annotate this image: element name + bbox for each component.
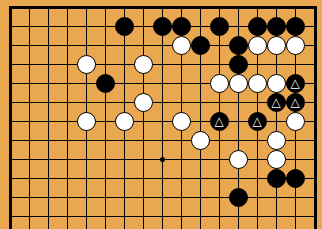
intersection-c0-r11[interactable]	[1, 207, 20, 226]
intersection-c4-r6[interactable]	[77, 112, 96, 131]
intersection-c16-r7[interactable]	[305, 131, 322, 150]
intersection-c10-r0[interactable]	[191, 0, 210, 17]
intersection-c9-r8[interactable]	[172, 150, 191, 169]
intersection-c11-r4[interactable]	[210, 74, 229, 93]
intersection-c2-r5[interactable]	[39, 93, 58, 112]
intersection-c8-r1[interactable]	[153, 17, 172, 36]
intersection-c8-r3[interactable]	[153, 55, 172, 74]
intersection-c1-r3[interactable]	[20, 55, 39, 74]
intersection-c16-r9[interactable]	[305, 169, 322, 188]
intersection-c14-r9[interactable]	[267, 169, 286, 188]
white-stone	[172, 112, 191, 131]
white-stone	[115, 112, 134, 131]
intersection-c1-r1[interactable]	[20, 17, 39, 36]
intersection-c7-r1[interactable]	[134, 17, 153, 36]
intersection-c14-r4[interactable]	[267, 74, 286, 93]
intersection-c16-r6[interactable]	[305, 112, 322, 131]
intersection-c5-r3[interactable]	[96, 55, 115, 74]
intersection-c7-r9[interactable]	[134, 169, 153, 188]
intersection-c4-r1[interactable]	[77, 17, 96, 36]
intersection-c11-r5[interactable]	[210, 93, 229, 112]
intersection-c13-r10[interactable]	[248, 188, 267, 207]
intersection-c1-r5[interactable]	[20, 93, 39, 112]
black-stone-triangle-marked: △	[286, 93, 305, 112]
intersection-c8-r4[interactable]	[153, 74, 172, 93]
intersection-c14-r6[interactable]	[267, 112, 286, 131]
intersection-c5-r7[interactable]	[96, 131, 115, 150]
black-stone-triangle-marked: △	[210, 112, 229, 131]
intersection-c5-r0[interactable]	[96, 0, 115, 17]
intersection-c6-r8[interactable]	[115, 150, 134, 169]
intersection-c15-r1[interactable]	[286, 17, 305, 36]
intersection-c16-r1[interactable]	[305, 17, 322, 36]
intersection-c14-r1[interactable]	[267, 17, 286, 36]
white-stone	[267, 74, 286, 93]
intersection-c15-r5[interactable]: △	[286, 93, 305, 112]
intersection-c0-r3[interactable]	[1, 55, 20, 74]
black-stone	[191, 36, 210, 55]
intersection-c16-r0[interactable]	[305, 0, 322, 17]
intersection-c14-r10[interactable]	[267, 188, 286, 207]
intersection-c0-r10[interactable]	[1, 188, 20, 207]
intersection-c6-r4[interactable]	[115, 74, 134, 93]
intersection-c14-r3[interactable]	[267, 55, 286, 74]
intersection-c9-r11[interactable]	[172, 207, 191, 226]
intersection-c2-r6[interactable]	[39, 112, 58, 131]
intersection-c0-r6[interactable]	[1, 112, 20, 131]
intersection-c8-r11[interactable]	[153, 207, 172, 226]
intersection-c8-r8[interactable]	[153, 150, 172, 169]
intersection-c8-r7[interactable]	[153, 131, 172, 150]
intersection-c5-r9[interactable]	[96, 169, 115, 188]
intersection-c4-r9[interactable]	[77, 169, 96, 188]
intersection-c4-r3[interactable]	[77, 55, 96, 74]
intersection-c7-r6[interactable]	[134, 112, 153, 131]
intersection-c14-r2[interactable]	[267, 36, 286, 55]
intersection-c4-r2[interactable]	[77, 36, 96, 55]
intersection-c5-r4[interactable]	[96, 74, 115, 93]
intersection-c10-r2[interactable]	[191, 36, 210, 55]
intersection-c14-r7[interactable]	[267, 131, 286, 150]
intersection-c8-r2[interactable]	[153, 36, 172, 55]
white-stone	[248, 36, 267, 55]
intersection-c1-r9[interactable]	[20, 169, 39, 188]
intersection-c9-r1[interactable]	[172, 17, 191, 36]
intersection-c3-r1[interactable]	[58, 17, 77, 36]
intersection-c9-r6[interactable]	[172, 112, 191, 131]
intersection-c1-r10[interactable]	[20, 188, 39, 207]
intersection-c12-r11[interactable]	[229, 207, 248, 226]
intersection-c15-r7[interactable]	[286, 131, 305, 150]
intersection-c3-r2[interactable]	[58, 36, 77, 55]
intersection-c9-r4[interactable]	[172, 74, 191, 93]
intersection-c6-r2[interactable]	[115, 36, 134, 55]
intersection-c3-r5[interactable]	[58, 93, 77, 112]
intersection-c3-r9[interactable]	[58, 169, 77, 188]
black-stone	[172, 17, 191, 36]
white-stone	[267, 131, 286, 150]
intersection-c5-r5[interactable]	[96, 93, 115, 112]
intersection-c0-r8[interactable]	[1, 150, 20, 169]
triangle-mark-icon: △	[271, 96, 280, 108]
intersection-c5-r11[interactable]	[96, 207, 115, 226]
intersection-c13-r1[interactable]	[248, 17, 267, 36]
intersection-c6-r5[interactable]	[115, 93, 134, 112]
white-stone	[77, 112, 96, 131]
black-stone	[153, 17, 172, 36]
intersection-c14-r8[interactable]	[267, 150, 286, 169]
intersection-c11-r10[interactable]	[210, 188, 229, 207]
intersection-c14-r11[interactable]	[267, 207, 286, 226]
intersection-c8-r10[interactable]	[153, 188, 172, 207]
intersection-c7-r3[interactable]	[134, 55, 153, 74]
intersection-c12-r7[interactable]	[229, 131, 248, 150]
black-stone	[210, 17, 229, 36]
intersection-c5-r10[interactable]	[96, 188, 115, 207]
intersection-c11-r7[interactable]	[210, 131, 229, 150]
intersection-c8-r9[interactable]	[153, 169, 172, 188]
triangle-mark-icon: △	[252, 115, 261, 127]
intersection-c11-r11[interactable]	[210, 207, 229, 226]
intersection-c7-r11[interactable]	[134, 207, 153, 226]
black-stone	[115, 17, 134, 36]
intersection-c0-r0[interactable]	[1, 0, 20, 17]
white-stone	[286, 112, 305, 131]
intersection-c12-r0[interactable]	[229, 0, 248, 17]
intersection-c7-r8[interactable]	[134, 150, 153, 169]
intersection-c2-r7[interactable]	[39, 131, 58, 150]
intersection-c2-r10[interactable]	[39, 188, 58, 207]
white-stone	[210, 74, 229, 93]
black-stone-triangle-marked: △	[248, 112, 267, 131]
intersection-c14-r5[interactable]: △	[267, 93, 286, 112]
intersection-c0-r5[interactable]	[1, 93, 20, 112]
black-stone	[286, 169, 305, 188]
intersection-c1-r11[interactable]	[20, 207, 39, 226]
intersection-c6-r7[interactable]	[115, 131, 134, 150]
intersection-c10-r1[interactable]	[191, 17, 210, 36]
black-stone	[229, 55, 248, 74]
intersection-c7-r5[interactable]	[134, 93, 153, 112]
intersection-c6-r0[interactable]	[115, 0, 134, 17]
intersection-c12-r1[interactable]	[229, 17, 248, 36]
intersection-c15-r10[interactable]	[286, 188, 305, 207]
intersection-c0-r4[interactable]	[1, 74, 20, 93]
black-stone	[286, 17, 305, 36]
intersection-c11-r3[interactable]	[210, 55, 229, 74]
black-stone-triangle-marked: △	[286, 74, 305, 93]
intersection-c15-r4[interactable]: △	[286, 74, 305, 93]
black-stone	[96, 74, 115, 93]
intersection-c6-r11[interactable]	[115, 207, 134, 226]
intersection-c7-r0[interactable]	[134, 0, 153, 17]
white-stone	[286, 36, 305, 55]
intersection-c4-r11[interactable]	[77, 207, 96, 226]
white-stone	[267, 150, 286, 169]
triangle-mark-icon: △	[290, 77, 299, 89]
white-stone	[77, 55, 96, 74]
intersection-c6-r10[interactable]	[115, 188, 134, 207]
intersection-c13-r3[interactable]	[248, 55, 267, 74]
intersection-c15-r8[interactable]	[286, 150, 305, 169]
intersection-c15-r0[interactable]	[286, 0, 305, 17]
intersection-c11-r0[interactable]	[210, 0, 229, 17]
intersection-c13-r11[interactable]	[248, 207, 267, 226]
intersection-c12-r6[interactable]	[229, 112, 248, 131]
intersection-c12-r3[interactable]	[229, 55, 248, 74]
intersection-c12-r4[interactable]	[229, 74, 248, 93]
intersection-c0-r7[interactable]	[1, 131, 20, 150]
white-stone	[248, 74, 267, 93]
intersection-c1-r7[interactable]	[20, 131, 39, 150]
intersection-c9-r0[interactable]	[172, 0, 191, 17]
intersection-c6-r1[interactable]	[115, 17, 134, 36]
intersection-c15-r3[interactable]	[286, 55, 305, 74]
intersection-c15-r11[interactable]	[286, 207, 305, 226]
intersection-c7-r2[interactable]	[134, 36, 153, 55]
intersection-c10-r8[interactable]	[191, 150, 210, 169]
intersection-c4-r0[interactable]	[77, 0, 96, 17]
intersection-c10-r5[interactable]	[191, 93, 210, 112]
intersection-c13-r2[interactable]	[248, 36, 267, 55]
intersection-c2-r3[interactable]	[39, 55, 58, 74]
intersection-c3-r11[interactable]	[58, 207, 77, 226]
triangle-mark-icon: △	[290, 96, 299, 108]
white-stone	[229, 74, 248, 93]
intersection-c16-r10[interactable]	[305, 188, 322, 207]
white-stone	[267, 36, 286, 55]
intersection-c10-r3[interactable]	[191, 55, 210, 74]
white-stone	[191, 131, 210, 150]
intersection-c8-r5[interactable]	[153, 93, 172, 112]
intersection-c16-r4[interactable]	[305, 74, 322, 93]
intersection-c2-r11[interactable]	[39, 207, 58, 226]
intersection-c1-r4[interactable]	[20, 74, 39, 93]
white-stone	[134, 55, 153, 74]
intersection-c3-r10[interactable]	[58, 188, 77, 207]
intersection-c13-r6[interactable]: △	[248, 112, 267, 131]
intersection-c7-r4[interactable]	[134, 74, 153, 93]
intersection-c7-r10[interactable]	[134, 188, 153, 207]
triangle-mark-icon: △	[214, 115, 223, 127]
intersection-c1-r0[interactable]	[20, 0, 39, 17]
intersection-c3-r8[interactable]	[58, 150, 77, 169]
intersection-c2-r2[interactable]	[39, 36, 58, 55]
intersection-c9-r10[interactable]	[172, 188, 191, 207]
intersection-c1-r6[interactable]	[20, 112, 39, 131]
intersection-c9-r3[interactable]	[172, 55, 191, 74]
black-stone	[229, 36, 248, 55]
intersection-c1-r2[interactable]	[20, 36, 39, 55]
intersection-c4-r5[interactable]	[77, 93, 96, 112]
intersection-c12-r8[interactable]	[229, 150, 248, 169]
intersection-c1-r8[interactable]	[20, 150, 39, 169]
black-stone	[229, 188, 248, 207]
intersection-c6-r9[interactable]	[115, 169, 134, 188]
intersection-c9-r2[interactable]	[172, 36, 191, 55]
intersection-c10-r7[interactable]	[191, 131, 210, 150]
black-stone-triangle-marked: △	[267, 93, 286, 112]
intersection-c16-r8[interactable]	[305, 150, 322, 169]
intersection-c13-r4[interactable]	[248, 74, 267, 93]
intersection-c13-r0[interactable]	[248, 0, 267, 17]
intersection-c3-r7[interactable]	[58, 131, 77, 150]
intersection-c16-r11[interactable]	[305, 207, 322, 226]
intersection-c6-r3[interactable]	[115, 55, 134, 74]
intersection-c10-r9[interactable]	[191, 169, 210, 188]
intersection-c12-r5[interactable]	[229, 93, 248, 112]
go-board-cells: △△△△△	[1, 0, 322, 226]
intersection-c10-r6[interactable]	[191, 112, 210, 131]
intersection-c13-r7[interactable]	[248, 131, 267, 150]
intersection-c10-r4[interactable]	[191, 74, 210, 93]
intersection-c11-r2[interactable]	[210, 36, 229, 55]
intersection-c16-r2[interactable]	[305, 36, 322, 55]
black-stone	[267, 17, 286, 36]
intersection-c12-r10[interactable]	[229, 188, 248, 207]
intersection-c2-r4[interactable]	[39, 74, 58, 93]
intersection-c12-r9[interactable]	[229, 169, 248, 188]
intersection-c9-r7[interactable]	[172, 131, 191, 150]
intersection-c3-r0[interactable]	[58, 0, 77, 17]
intersection-c2-r1[interactable]	[39, 17, 58, 36]
intersection-c5-r8[interactable]	[96, 150, 115, 169]
intersection-c15-r9[interactable]	[286, 169, 305, 188]
intersection-c2-r0[interactable]	[39, 0, 58, 17]
intersection-c15-r2[interactable]	[286, 36, 305, 55]
intersection-c15-r6[interactable]	[286, 112, 305, 131]
intersection-c5-r1[interactable]	[96, 17, 115, 36]
intersection-c6-r6[interactable]	[115, 112, 134, 131]
intersection-c11-r6[interactable]: △	[210, 112, 229, 131]
intersection-c11-r1[interactable]	[210, 17, 229, 36]
intersection-c11-r8[interactable]	[210, 150, 229, 169]
intersection-c4-r8[interactable]	[77, 150, 96, 169]
intersection-c8-r0[interactable]	[153, 0, 172, 17]
intersection-c16-r5[interactable]	[305, 93, 322, 112]
intersection-c10-r10[interactable]	[191, 188, 210, 207]
white-stone	[229, 150, 248, 169]
intersection-c7-r7[interactable]	[134, 131, 153, 150]
black-stone	[248, 17, 267, 36]
intersection-c13-r5[interactable]	[248, 93, 267, 112]
intersection-c13-r8[interactable]	[248, 150, 267, 169]
intersection-c11-r9[interactable]	[210, 169, 229, 188]
intersection-c4-r4[interactable]	[77, 74, 96, 93]
intersection-c3-r3[interactable]	[58, 55, 77, 74]
intersection-c5-r6[interactable]	[96, 112, 115, 131]
intersection-c12-r2[interactable]	[229, 36, 248, 55]
white-stone	[134, 93, 153, 112]
intersection-c16-r3[interactable]	[305, 55, 322, 74]
intersection-c9-r5[interactable]	[172, 93, 191, 112]
intersection-c4-r10[interactable]	[77, 188, 96, 207]
intersection-c9-r9[interactable]	[172, 169, 191, 188]
black-stone	[267, 169, 286, 188]
intersection-c0-r9[interactable]	[1, 169, 20, 188]
intersection-c10-r11[interactable]	[191, 207, 210, 226]
go-board: △△△△△	[0, 0, 322, 229]
intersection-c13-r9[interactable]	[248, 169, 267, 188]
intersection-c2-r9[interactable]	[39, 169, 58, 188]
intersection-c0-r1[interactable]	[1, 17, 20, 36]
intersection-c4-r7[interactable]	[77, 131, 96, 150]
intersection-c3-r4[interactable]	[58, 74, 77, 93]
white-stone	[172, 36, 191, 55]
intersection-c0-r2[interactable]	[1, 36, 20, 55]
intersection-c2-r8[interactable]	[39, 150, 58, 169]
intersection-c3-r6[interactable]	[58, 112, 77, 131]
intersection-c5-r2[interactable]	[96, 36, 115, 55]
intersection-c14-r0[interactable]	[267, 0, 286, 17]
intersection-c8-r6[interactable]	[153, 112, 172, 131]
